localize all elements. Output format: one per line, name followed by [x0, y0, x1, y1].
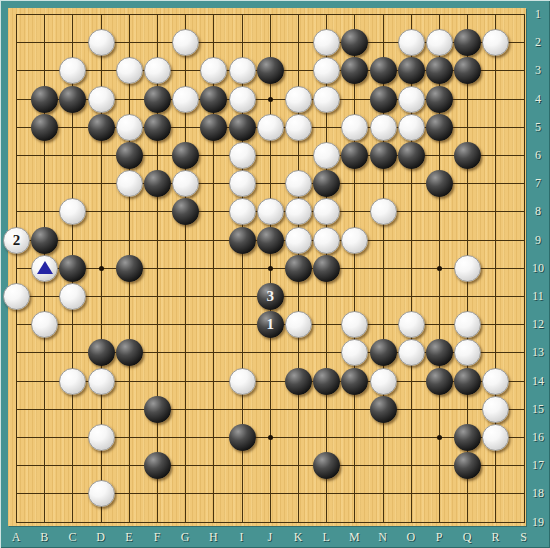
black-stone-N13[interactable] [370, 339, 397, 366]
column-label-C: C [68, 531, 76, 543]
white-stone-K4[interactable] [285, 86, 312, 113]
black-stone-L17[interactable] [313, 452, 340, 479]
white-stone-O13[interactable] [398, 339, 425, 366]
column-label-A: A [12, 531, 21, 543]
black-stone-I16[interactable] [229, 424, 256, 451]
black-stone-I5[interactable] [229, 114, 256, 141]
grid-horizontal-line [16, 409, 525, 410]
white-stone-E3[interactable] [116, 57, 143, 84]
triangle-marker-icon [37, 261, 53, 274]
white-stone-M13[interactable] [341, 339, 368, 366]
move-number-label: 3 [267, 289, 275, 304]
black-stone-D13[interactable] [88, 339, 115, 366]
black-stone-G8[interactable] [172, 198, 199, 225]
white-stone-G7[interactable] [172, 170, 199, 197]
white-stone-C8[interactable] [59, 198, 86, 225]
black-stone-Q3[interactable] [454, 57, 481, 84]
black-stone-B9[interactable] [31, 227, 58, 254]
black-stone-L14[interactable] [313, 368, 340, 395]
column-label-J: J [267, 531, 272, 543]
row-label-4: 4 [535, 93, 541, 105]
black-stone-Q17[interactable] [454, 452, 481, 479]
white-stone-R15[interactable] [482, 396, 509, 423]
black-stone-Q6[interactable] [454, 142, 481, 169]
go-board-window: 231 ABCDEFGHIJKLMNOPQRS12345678910111213… [0, 0, 550, 548]
black-stone-F7[interactable] [144, 170, 171, 197]
white-stone-I3[interactable] [229, 57, 256, 84]
black-stone-L10[interactable] [313, 255, 340, 282]
white-stone-E5[interactable] [116, 114, 143, 141]
white-stone-G4[interactable] [172, 86, 199, 113]
black-stone-J11[interactable]: 3 [257, 283, 284, 310]
row-label-14: 14 [532, 375, 544, 387]
column-label-E: E [125, 531, 132, 543]
white-stone-M12[interactable] [341, 311, 368, 338]
black-stone-E6[interactable] [116, 142, 143, 169]
white-stone-L9[interactable] [313, 227, 340, 254]
black-stone-P13[interactable] [426, 339, 453, 366]
white-stone-P2[interactable] [426, 29, 453, 56]
white-stone-H3[interactable] [200, 57, 227, 84]
black-stone-C10[interactable] [59, 255, 86, 282]
black-stone-Q16[interactable] [454, 424, 481, 451]
row-label-13: 13 [532, 346, 544, 358]
white-stone-R16[interactable] [482, 424, 509, 451]
star-point-P16 [437, 435, 442, 440]
white-stone-A9[interactable]: 2 [3, 227, 30, 254]
white-stone-G2[interactable] [172, 29, 199, 56]
white-stone-R14[interactable] [482, 368, 509, 395]
white-stone-K7[interactable] [285, 170, 312, 197]
black-stone-J3[interactable] [257, 57, 284, 84]
black-stone-F4[interactable] [144, 86, 171, 113]
white-stone-L6[interactable] [313, 142, 340, 169]
black-stone-P4[interactable] [426, 86, 453, 113]
black-stone-K10[interactable] [285, 255, 312, 282]
white-stone-E7[interactable] [116, 170, 143, 197]
white-stone-O12[interactable] [398, 311, 425, 338]
white-stone-D16[interactable] [88, 424, 115, 451]
black-stone-Q14[interactable] [454, 368, 481, 395]
row-label-6: 6 [535, 149, 541, 161]
black-stone-B5[interactable] [31, 114, 58, 141]
white-stone-K9[interactable] [285, 227, 312, 254]
column-label-Q: Q [463, 531, 472, 543]
black-stone-M6[interactable] [341, 142, 368, 169]
white-stone-D18[interactable] [88, 480, 115, 507]
white-stone-C14[interactable] [59, 368, 86, 395]
move-number-label: 1 [267, 317, 275, 332]
white-stone-C3[interactable] [59, 57, 86, 84]
black-stone-J12[interactable]: 1 [257, 311, 284, 338]
white-stone-I8[interactable] [229, 198, 256, 225]
column-label-H: H [209, 531, 218, 543]
row-label-2: 2 [535, 36, 541, 48]
column-label-N: N [378, 531, 387, 543]
white-stone-N8[interactable] [370, 198, 397, 225]
white-stone-L3[interactable] [313, 57, 340, 84]
black-stone-L7[interactable] [313, 170, 340, 197]
white-stone-C11[interactable] [59, 283, 86, 310]
row-label-18: 18 [532, 487, 544, 499]
star-point-J16 [268, 435, 273, 440]
white-stone-K12[interactable] [285, 311, 312, 338]
white-stone-L8[interactable] [313, 198, 340, 225]
white-stone-D2[interactable] [88, 29, 115, 56]
black-stone-O6[interactable] [398, 142, 425, 169]
white-stone-L4[interactable] [313, 86, 340, 113]
column-label-O: O [406, 531, 415, 543]
black-stone-Q2[interactable] [454, 29, 481, 56]
column-label-F: F [154, 531, 161, 543]
row-label-15: 15 [532, 403, 544, 415]
black-stone-N4[interactable] [370, 86, 397, 113]
star-point-P10 [437, 266, 442, 271]
white-stone-Q12[interactable] [454, 311, 481, 338]
row-label-8: 8 [535, 205, 541, 217]
white-stone-Q10[interactable] [454, 255, 481, 282]
white-stone-N14[interactable] [370, 368, 397, 395]
black-stone-F17[interactable] [144, 452, 171, 479]
white-stone-M5[interactable] [341, 114, 368, 141]
black-stone-F15[interactable] [144, 396, 171, 423]
white-stone-B12[interactable] [31, 311, 58, 338]
black-stone-F5[interactable] [144, 114, 171, 141]
white-stone-D14[interactable] [88, 368, 115, 395]
white-stone-J8[interactable] [257, 198, 284, 225]
white-stone-F3[interactable] [144, 57, 171, 84]
row-label-17: 17 [532, 459, 544, 471]
row-label-16: 16 [532, 431, 544, 443]
black-stone-P5[interactable] [426, 114, 453, 141]
white-stone-Q13[interactable] [454, 339, 481, 366]
white-stone-K8[interactable] [285, 198, 312, 225]
black-stone-J9[interactable] [257, 227, 284, 254]
black-stone-H5[interactable] [200, 114, 227, 141]
black-stone-N6[interactable] [370, 142, 397, 169]
column-label-G: G [181, 531, 190, 543]
white-stone-A11[interactable] [3, 283, 30, 310]
column-label-L: L [323, 531, 330, 543]
row-label-3: 3 [535, 64, 541, 76]
white-stone-I7[interactable] [229, 170, 256, 197]
black-stone-K14[interactable] [285, 368, 312, 395]
column-label-R: R [491, 531, 499, 543]
grid-horizontal-line [16, 465, 525, 466]
row-label-7: 7 [535, 177, 541, 189]
column-label-I: I [240, 531, 244, 543]
black-stone-N3[interactable] [370, 57, 397, 84]
white-stone-R2[interactable] [482, 29, 509, 56]
row-label-19: 19 [532, 516, 544, 528]
white-stone-L2[interactable] [313, 29, 340, 56]
black-stone-I9[interactable] [229, 227, 256, 254]
black-stone-M3[interactable] [341, 57, 368, 84]
star-point-D10 [99, 266, 104, 271]
row-label-1: 1 [535, 8, 541, 20]
column-label-D: D [96, 531, 105, 543]
black-stone-M14[interactable] [341, 368, 368, 395]
black-stone-O3[interactable] [398, 57, 425, 84]
white-stone-I14[interactable] [229, 368, 256, 395]
black-stone-D5[interactable] [88, 114, 115, 141]
grid-vertical-line [524, 14, 525, 523]
black-stone-G6[interactable] [172, 142, 199, 169]
row-label-11: 11 [532, 290, 544, 302]
grid-horizontal-line [16, 522, 525, 523]
white-stone-K5[interactable] [285, 114, 312, 141]
black-stone-B4[interactable] [31, 86, 58, 113]
black-stone-C4[interactable] [59, 86, 86, 113]
white-stone-B10[interactable] [31, 255, 58, 282]
white-stone-I6[interactable] [229, 142, 256, 169]
white-stone-D4[interactable] [88, 86, 115, 113]
black-stone-E13[interactable] [116, 339, 143, 366]
star-point-J10 [268, 266, 273, 271]
column-label-M: M [349, 531, 360, 543]
move-number-label: 2 [13, 233, 21, 248]
row-label-5: 5 [535, 121, 541, 133]
black-stone-P14[interactable] [426, 368, 453, 395]
black-stone-H4[interactable] [200, 86, 227, 113]
white-stone-O4[interactable] [398, 86, 425, 113]
white-stone-N5[interactable] [370, 114, 397, 141]
white-stone-O2[interactable] [398, 29, 425, 56]
star-point-J4 [268, 97, 273, 102]
row-label-12: 12 [532, 318, 544, 330]
black-stone-E10[interactable] [116, 255, 143, 282]
white-stone-M9[interactable] [341, 227, 368, 254]
column-label-S: S [520, 531, 527, 543]
black-stone-P7[interactable] [426, 170, 453, 197]
black-stone-N15[interactable] [370, 396, 397, 423]
white-stone-J5[interactable] [257, 114, 284, 141]
row-label-9: 9 [535, 234, 541, 246]
black-stone-P3[interactable] [426, 57, 453, 84]
column-label-K: K [294, 531, 303, 543]
column-label-B: B [40, 531, 48, 543]
grid-vertical-line [354, 14, 355, 523]
white-stone-O5[interactable] [398, 114, 425, 141]
row-label-10: 10 [532, 262, 544, 274]
black-stone-M2[interactable] [341, 29, 368, 56]
column-label-P: P [436, 531, 443, 543]
white-stone-I4[interactable] [229, 86, 256, 113]
